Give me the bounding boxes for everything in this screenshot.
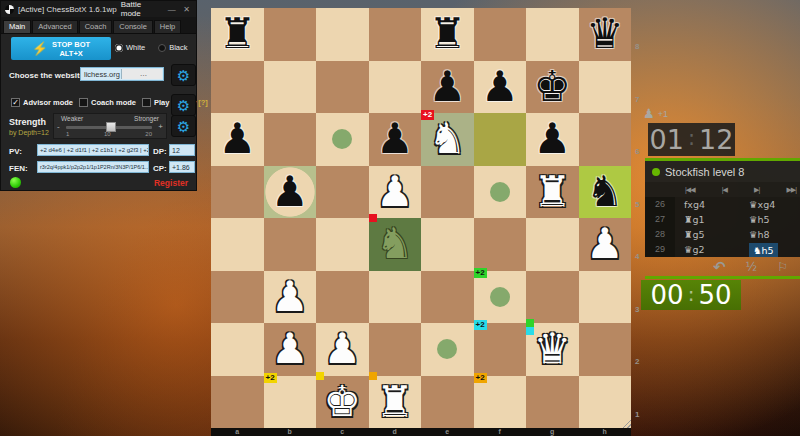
advisor-origin-mark <box>526 319 534 327</box>
checkbox-label: Advisor mode <box>23 98 73 107</box>
square-h8[interactable]: ♛ <box>579 8 632 61</box>
square-b3[interactable]: ♟ <box>264 271 317 324</box>
square-h7[interactable] <box>579 61 632 114</box>
nav-first-button[interactable]: |◀◀ <box>685 186 695 194</box>
material-value: +1 <box>658 109 668 119</box>
advisor-origin-mark <box>369 214 377 222</box>
square-b6[interactable] <box>264 113 317 166</box>
close-button[interactable]: ✕ <box>181 5 192 14</box>
square-h3[interactable] <box>579 271 632 324</box>
square-c7[interactable] <box>316 61 369 114</box>
move-list: 26fxg4♛xg427♜g1♛h528♜g5♛h829♛g2♞h5 <box>645 197 800 257</box>
chessbotx-window: [Active] ChessBotX 1.6.1wp Battle mode —… <box>0 0 197 191</box>
strength-subtitle: by Depth=12 <box>9 129 49 136</box>
pawn-b2[interactable]: ♟ <box>264 323 317 376</box>
website-settings-button[interactable]: ⚙ <box>171 64 196 86</box>
checkbox-label: Coach mode <box>91 98 136 107</box>
square-d3[interactable] <box>369 271 422 324</box>
checkbox-coach-mode[interactable]: Coach mode <box>79 98 136 107</box>
square-b5[interactable]: ♟ <box>264 166 317 219</box>
knight-suggested-e6[interactable]: ♞ <box>421 113 474 166</box>
square-f3[interactable]: +2 <box>474 271 527 324</box>
file-labels: abcdefgh <box>211 428 631 436</box>
website-label: Choose the website: <box>9 71 87 80</box>
advisor-eval-badge: +2 <box>421 110 434 120</box>
file-label-g: g <box>526 428 579 436</box>
rank-label-5: 5 <box>635 200 639 209</box>
help-hint[interactable]: [?] <box>198 98 208 107</box>
advisor-eval-badge: +2 <box>474 320 487 330</box>
pv-label: PV: <box>9 147 22 156</box>
square-g6[interactable]: ♟ <box>526 113 579 166</box>
stop-bot-button[interactable]: ⚡ STOP BOTALT+X <box>11 37 111 60</box>
pv-field[interactable]: +2 d4e6 | +2 d1f1 | +2 c1b1 | +2 g2f3 | … <box>37 144 149 156</box>
square-g3[interactable] <box>526 271 579 324</box>
strength-slider: Weaker Stronger - + 11020 <box>53 113 167 139</box>
pawn-a6[interactable]: ♟ <box>211 113 264 166</box>
player-clock-seconds: 50 <box>698 280 731 310</box>
slider-tick: 1 <box>66 131 69 137</box>
title-bar[interactable]: [Active] ChessBotX 1.6.1wp Battle mode —… <box>1 1 196 17</box>
move-row-29: 29♛g2♞h5 <box>645 242 800 257</box>
square-b4[interactable] <box>264 218 317 271</box>
file-label-f: f <box>474 428 527 436</box>
stop-bot-line2: ALT+X <box>59 49 82 58</box>
rook-g5[interactable]: ♜ <box>526 166 579 219</box>
battle-mode-label: Battle mode <box>121 0 163 18</box>
dp-label: DP: <box>153 147 167 156</box>
strength-settings-button[interactable]: ⚙ <box>171 115 196 137</box>
square-g1[interactable] <box>526 376 579 429</box>
gear-icon: ⚙ <box>177 119 190 134</box>
move-white[interactable]: ♜g5 <box>675 229 747 240</box>
pv-value: +2 d4e6 | +2 d1f1 | +2 c1b1 | +2 g2f3 | … <box>38 147 149 153</box>
square-g8[interactable] <box>526 8 579 61</box>
rank-label-2: 2 <box>635 357 639 366</box>
file-label-a: a <box>211 428 264 436</box>
square-d1[interactable]: ♜ <box>369 376 422 429</box>
square-g7[interactable]: ♚ <box>526 61 579 114</box>
square-c4[interactable] <box>316 218 369 271</box>
pawn-h4[interactable]: ♟ <box>579 218 632 271</box>
square-a6[interactable]: ♟ <box>211 113 264 166</box>
pawn-b3[interactable]: ♟ <box>264 271 317 324</box>
material-indicator: ♟ +1 <box>643 106 668 121</box>
pawn-f7[interactable]: ♟ <box>474 61 527 114</box>
stronger-label: Stronger <box>134 115 159 122</box>
slider-tick: 10 <box>104 131 111 137</box>
minimize-button[interactable]: — <box>166 5 177 14</box>
move-hint-dot <box>490 287 510 307</box>
square-e4[interactable] <box>421 218 474 271</box>
stop-bot-line1: STOP BOT <box>52 40 90 49</box>
square-h2[interactable] <box>579 323 632 376</box>
queen-h8[interactable]: ♛ <box>579 8 632 61</box>
square-a3[interactable] <box>211 271 264 324</box>
advisor-origin-mark <box>526 327 534 335</box>
divider-top <box>645 158 800 161</box>
app-logo-icon <box>5 5 14 14</box>
pawn-d5[interactable]: ♟ <box>369 166 422 219</box>
square-c8[interactable] <box>316 8 369 61</box>
square-f6[interactable] <box>474 113 527 166</box>
weaker-label: Weaker <box>61 115 83 122</box>
move-black[interactable]: ♞h5 <box>747 244 800 255</box>
rook-a8[interactable]: ♜ <box>211 8 264 61</box>
opponent-name: Stockfish level 8 <box>665 166 744 178</box>
status-led <box>10 177 21 188</box>
square-g2[interactable]: ♛ <box>526 323 579 376</box>
square-b2[interactable]: ♟ <box>264 323 317 376</box>
checkbox-advisor-mode[interactable]: ✓Advisor mode <box>11 98 73 107</box>
move-white[interactable]: ♜g1 <box>675 214 747 225</box>
file-label-b: b <box>264 428 317 436</box>
rank-label-7: 7 <box>635 95 639 104</box>
cp-value: +1.86 <box>170 164 190 171</box>
player-clock-minutes: 00 <box>651 280 684 310</box>
move-hint-dot <box>332 129 352 149</box>
resign-button[interactable]: ⚐ <box>777 260 788 274</box>
window-title: [Active] ChessBotX 1.6.1wp <box>18 5 117 14</box>
square-c6[interactable] <box>316 113 369 166</box>
gear-icon: ⚙ <box>177 68 190 83</box>
move-white[interactable]: fxg4 <box>675 199 747 210</box>
square-g5[interactable]: ♜ <box>526 166 579 219</box>
square-d8[interactable] <box>369 8 422 61</box>
side-select: WhiteBlack <box>115 43 188 52</box>
lightning-icon: ⚡ <box>32 41 48 56</box>
square-a5[interactable] <box>211 166 264 219</box>
rank-label-8: 8 <box>635 42 639 51</box>
website-value: lichess.org <box>81 70 121 79</box>
tab-help[interactable]: Help <box>154 20 181 33</box>
tab-advanced[interactable]: Advanced <box>32 20 77 33</box>
radio-icon <box>158 44 166 52</box>
player-clock: 00:50 <box>641 280 741 310</box>
strength-title: Strength <box>9 117 46 127</box>
advisor-origin-mark <box>369 372 377 380</box>
square-f2[interactable]: +2 <box>474 323 527 376</box>
square-b8[interactable] <box>264 8 317 61</box>
square-e5[interactable] <box>421 166 474 219</box>
side-radio-white[interactable]: White <box>115 43 145 52</box>
tab-bar: MainAdvancedCoachConsoleHelp <box>1 17 196 34</box>
square-f1[interactable]: +2 <box>474 376 527 429</box>
king-g7[interactable]: ♚ <box>526 61 579 114</box>
tab-coach[interactable]: Coach <box>79 20 113 33</box>
square-a2[interactable] <box>211 323 264 376</box>
square-f5[interactable] <box>474 166 527 219</box>
square-d5[interactable]: ♟ <box>369 166 422 219</box>
radio-label: Black <box>169 43 187 52</box>
nav-next-button[interactable]: ▶| <box>754 186 759 194</box>
move-number: 28 <box>645 227 675 242</box>
square-a4[interactable] <box>211 218 264 271</box>
king-c1[interactable]: ♚ <box>316 376 369 429</box>
move-row-26: 26fxg4♛xg4 <box>645 197 800 212</box>
move-black[interactable]: ♛h8 <box>747 229 800 240</box>
pawn-b5[interactable]: ♟ <box>264 166 317 219</box>
move-white[interactable]: ♛g2 <box>675 244 747 255</box>
square-c3[interactable] <box>316 271 369 324</box>
takeback-button[interactable]: ↶ <box>713 258 726 276</box>
dropdown-icon[interactable]: … <box>121 69 162 79</box>
opponent-row: Stockfish level 8 <box>645 161 800 182</box>
cp-field[interactable]: +1.86 <box>169 161 195 173</box>
pawn-g6[interactable]: ♟ <box>526 113 579 166</box>
move-hint-dot <box>437 339 457 359</box>
square-h5[interactable]: ♞ <box>579 166 632 219</box>
file-label-h: h <box>579 428 632 436</box>
square-f7[interactable]: ♟ <box>474 61 527 114</box>
square-d7[interactable] <box>369 61 422 114</box>
side-radio-black[interactable]: Black <box>158 43 187 52</box>
register-link[interactable]: Register <box>154 178 188 188</box>
opponent-clock-seconds: 12 <box>699 124 733 155</box>
radio-icon <box>115 44 123 52</box>
square-e2[interactable] <box>421 323 474 376</box>
nav-last-button[interactable]: ▶▶| <box>786 186 796 194</box>
move-row-27: 27♜g1♛h5 <box>645 212 800 227</box>
captured-pawn-icon: ♟ <box>643 106 655 121</box>
pawn-e7[interactable]: ♟ <box>421 61 474 114</box>
move-black[interactable]: ♛h5 <box>747 214 800 225</box>
rank-label-6: 6 <box>635 147 639 156</box>
slider-track[interactable] <box>66 126 152 129</box>
pawn-c2[interactable]: ♟ <box>316 323 369 376</box>
file-label-e: e <box>421 428 474 436</box>
opponent-clock-minutes: 01 <box>650 124 684 155</box>
dp-field[interactable]: 12 <box>169 144 195 156</box>
divider-bottom <box>645 276 800 279</box>
dp-value: 12 <box>170 147 180 154</box>
square-a7[interactable] <box>211 61 264 114</box>
online-dot-icon <box>652 168 660 176</box>
square-d2[interactable] <box>369 323 422 376</box>
advisor-eval-badge: +2 <box>264 373 277 383</box>
slider-ticks: 11020 <box>66 131 152 137</box>
advisor-eval-badge: +2 <box>474 373 487 383</box>
rook-d1[interactable]: ♜ <box>369 376 422 429</box>
tab-console[interactable]: Console <box>113 20 153 33</box>
square-c5[interactable] <box>316 166 369 219</box>
ghost-knight-d4[interactable]: ♞ <box>369 218 422 271</box>
slider-tick: 20 <box>145 131 152 137</box>
checkbox-icon: ✓ <box>11 98 20 107</box>
square-g4[interactable] <box>526 218 579 271</box>
move-black[interactable]: ♛xg4 <box>747 199 800 210</box>
rank-label-4: 4 <box>635 252 639 261</box>
modes-settings-button[interactable]: ⚙ <box>171 94 196 116</box>
square-c2[interactable]: ♟ <box>316 323 369 376</box>
cp-label: CP: <box>153 164 167 173</box>
square-b7[interactable] <box>264 61 317 114</box>
website-select[interactable]: lichess.org … <box>80 67 164 81</box>
advisor-eval-badge: +2 <box>474 268 487 278</box>
move-number: 27 <box>645 212 675 227</box>
square-h4[interactable]: ♟ <box>579 218 632 271</box>
rook-e8[interactable]: ♜ <box>421 8 474 61</box>
square-f4[interactable] <box>474 218 527 271</box>
nav-prev-button[interactable]: |◀ <box>722 186 727 194</box>
square-f8[interactable] <box>474 8 527 61</box>
advisor-origin-mark <box>316 372 324 380</box>
square-e6[interactable]: ♞+2 <box>421 113 474 166</box>
rank-label-1: 1 <box>635 410 639 419</box>
file-label-c: c <box>316 428 369 436</box>
square-c1[interactable]: ♚ <box>316 376 369 429</box>
file-label-d: d <box>369 428 422 436</box>
square-h1[interactable] <box>579 376 632 429</box>
square-b1[interactable]: +2 <box>264 376 317 429</box>
move-row-28: 28♜g5♛h8 <box>645 227 800 242</box>
pawn-d6[interactable]: ♟ <box>369 113 422 166</box>
checkbox-icon <box>142 98 151 107</box>
desktop: { "game": "chess", "position": { "fen": … <box>0 0 800 436</box>
slider-minus[interactable]: - <box>57 122 60 131</box>
gear-icon: ⚙ <box>177 98 190 113</box>
game-actions: ↶½⚐ <box>645 258 800 276</box>
slider-plus[interactable]: + <box>158 122 163 131</box>
fen-field[interactable]: r3r2q/4ppk1/p2p2p1/1p1P2Rn/3N3P/1P6/1... <box>37 161 149 173</box>
fen-value: r3r2q/4ppk1/p2p2p1/1p1P2Rn/3N3P/1P6/1... <box>38 164 149 170</box>
square-a1[interactable] <box>211 376 264 429</box>
knight-h5[interactable]: ♞ <box>579 166 632 219</box>
square-e7[interactable]: ♟ <box>421 61 474 114</box>
tab-main[interactable]: Main <box>3 20 31 33</box>
square-d6[interactable]: ♟ <box>369 113 422 166</box>
move-number: 29 <box>645 242 675 257</box>
fen-label: FEN: <box>9 164 28 173</box>
move-number: 26 <box>645 197 675 212</box>
move-hint-dot <box>490 182 510 202</box>
move-nav: |◀◀|◀▶|▶▶| <box>645 182 800 197</box>
square-h6[interactable] <box>579 113 632 166</box>
square-e8[interactable]: ♜ <box>421 8 474 61</box>
square-a8[interactable]: ♜ <box>211 8 264 61</box>
draw-button[interactable]: ½ <box>746 260 758 274</box>
square-e1[interactable] <box>421 376 474 429</box>
checkbox-icon <box>79 98 88 107</box>
opponent-clock: 01:12 <box>648 123 735 156</box>
square-e3[interactable] <box>421 271 474 324</box>
rank-label-3: 3 <box>635 305 639 314</box>
square-d4[interactable]: ♞ <box>369 218 422 271</box>
chess-board[interactable]: ♜♜♛♟♟♚♟♟♞+2♟♟♟♜♞♞♟♟+2♟♟+2♛+2♚♜+2 <box>211 8 631 428</box>
radio-label: White <box>126 43 145 52</box>
